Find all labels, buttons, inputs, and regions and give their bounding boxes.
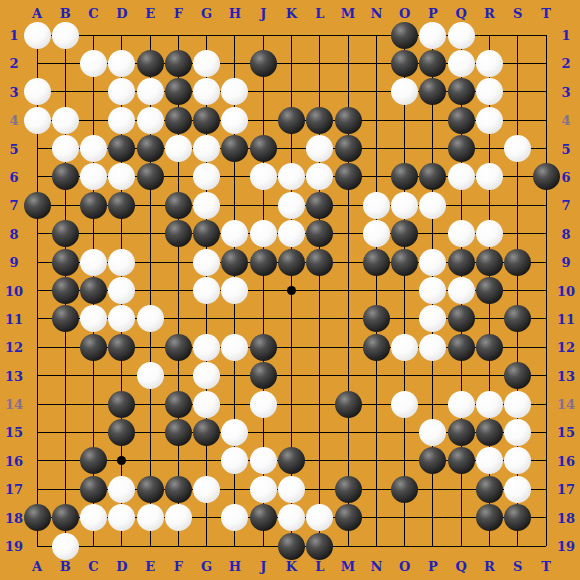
stone-white[interactable] xyxy=(504,476,531,503)
row-label-left: 1 xyxy=(9,28,18,43)
stone-white[interactable] xyxy=(221,220,248,247)
stone-white[interactable] xyxy=(504,419,531,446)
column-label-bottom: M xyxy=(341,559,355,574)
stone-black[interactable] xyxy=(108,391,135,418)
stone-black[interactable] xyxy=(165,192,192,219)
stone-black[interactable] xyxy=(137,135,164,162)
column-label-bottom: R xyxy=(484,559,495,574)
row-label-left: 12 xyxy=(5,340,23,355)
stone-white[interactable] xyxy=(52,135,79,162)
stone-black[interactable] xyxy=(504,249,531,276)
row-label-right: 14 xyxy=(557,397,575,412)
stone-white[interactable] xyxy=(137,305,164,332)
column-label-top: R xyxy=(484,6,495,21)
row-label-right: 15 xyxy=(557,425,575,440)
stone-white[interactable] xyxy=(250,220,277,247)
stone-white[interactable] xyxy=(448,220,475,247)
stone-white[interactable] xyxy=(476,50,503,77)
stone-white[interactable] xyxy=(193,334,220,361)
stone-white[interactable] xyxy=(137,78,164,105)
stone-white[interactable] xyxy=(448,163,475,190)
stone-black[interactable] xyxy=(363,249,390,276)
stone-black[interactable] xyxy=(476,334,503,361)
stone-black[interactable] xyxy=(504,504,531,531)
stone-black[interactable] xyxy=(165,220,192,247)
stone-white[interactable] xyxy=(363,220,390,247)
stone-black[interactable] xyxy=(221,249,248,276)
stone-white[interactable] xyxy=(52,533,79,560)
stone-black[interactable] xyxy=(335,391,362,418)
stone-black[interactable] xyxy=(24,192,51,219)
stone-black[interactable] xyxy=(165,334,192,361)
stone-black[interactable] xyxy=(306,107,333,134)
stone-black[interactable] xyxy=(108,192,135,219)
stone-black[interactable] xyxy=(335,504,362,531)
stone-black[interactable] xyxy=(52,277,79,304)
row-label-right: 9 xyxy=(561,255,570,270)
stone-black[interactable] xyxy=(335,107,362,134)
row-label-right: 2 xyxy=(561,56,570,71)
column-label-bottom: Q xyxy=(455,559,466,574)
stone-white[interactable] xyxy=(137,362,164,389)
stone-black[interactable] xyxy=(476,419,503,446)
row-label-left: 18 xyxy=(5,510,23,525)
stone-white[interactable] xyxy=(476,78,503,105)
row-label-left: 7 xyxy=(9,198,18,213)
row-label-right: 3 xyxy=(561,84,570,99)
stone-white[interactable] xyxy=(419,277,446,304)
stone-black[interactable] xyxy=(419,78,446,105)
stone-white[interactable] xyxy=(278,192,305,219)
grid-line-horizontal xyxy=(37,375,546,376)
column-label-bottom: D xyxy=(116,559,127,574)
stone-black[interactable] xyxy=(448,107,475,134)
stone-white[interactable] xyxy=(108,50,135,77)
stone-white[interactable] xyxy=(250,163,277,190)
stone-black[interactable] xyxy=(448,305,475,332)
column-label-top: B xyxy=(60,6,71,21)
stone-white[interactable] xyxy=(476,107,503,134)
column-label-bottom: C xyxy=(88,559,98,574)
stone-black[interactable] xyxy=(476,249,503,276)
stone-white[interactable] xyxy=(221,334,248,361)
stone-black[interactable] xyxy=(419,447,446,474)
row-label-right: 5 xyxy=(561,141,570,156)
stone-white[interactable] xyxy=(504,391,531,418)
stone-black[interactable] xyxy=(391,50,418,77)
stone-black[interactable] xyxy=(52,504,79,531)
column-label-top: M xyxy=(341,6,355,21)
stone-white[interactable] xyxy=(278,163,305,190)
row-label-right: 16 xyxy=(557,453,575,468)
stone-white[interactable] xyxy=(221,447,248,474)
stone-white[interactable] xyxy=(108,107,135,134)
column-label-top: F xyxy=(174,6,183,21)
column-label-top: D xyxy=(116,6,127,21)
row-label-right: 11 xyxy=(557,311,575,326)
column-label-top: S xyxy=(513,6,522,21)
stone-black[interactable] xyxy=(250,249,277,276)
stone-white[interactable] xyxy=(419,192,446,219)
stone-white[interactable] xyxy=(108,277,135,304)
stone-black[interactable] xyxy=(52,163,79,190)
stone-black[interactable] xyxy=(363,305,390,332)
row-label-right: 12 xyxy=(557,340,575,355)
go-board[interactable]: AABBCCDDEEFFGGHHJJKKLLMMNNOOPPQQRRSSTT11… xyxy=(0,0,580,580)
stone-black[interactable] xyxy=(391,476,418,503)
stone-black[interactable] xyxy=(448,419,475,446)
stone-white[interactable] xyxy=(476,447,503,474)
row-label-left: 19 xyxy=(5,539,23,554)
stone-white[interactable] xyxy=(80,504,107,531)
stone-white[interactable] xyxy=(80,163,107,190)
row-label-left: 4 xyxy=(9,113,18,128)
stone-white[interactable] xyxy=(80,305,107,332)
row-label-left: 2 xyxy=(9,56,18,71)
stone-white[interactable] xyxy=(419,305,446,332)
stone-white[interactable] xyxy=(250,391,277,418)
column-label-bottom: O xyxy=(399,559,410,574)
row-label-left: 8 xyxy=(9,226,18,241)
stone-white[interactable] xyxy=(504,447,531,474)
stone-black[interactable] xyxy=(80,447,107,474)
column-label-top: K xyxy=(286,6,297,21)
stone-white[interactable] xyxy=(108,305,135,332)
stone-black[interactable] xyxy=(278,533,305,560)
stone-white[interactable] xyxy=(278,504,305,531)
stone-black[interactable] xyxy=(419,163,446,190)
stone-black[interactable] xyxy=(52,249,79,276)
column-label-bottom: F xyxy=(174,559,183,574)
stone-black[interactable] xyxy=(504,362,531,389)
stone-black[interactable] xyxy=(306,192,333,219)
column-label-bottom: P xyxy=(428,559,438,574)
stone-black[interactable] xyxy=(137,50,164,77)
column-label-top: J xyxy=(260,6,266,21)
column-label-top: N xyxy=(370,6,382,21)
column-label-top: C xyxy=(88,6,98,21)
stone-white[interactable] xyxy=(193,249,220,276)
stone-black[interactable] xyxy=(448,249,475,276)
stone-white[interactable] xyxy=(108,504,135,531)
column-label-top: G xyxy=(201,6,212,21)
stone-white[interactable] xyxy=(108,163,135,190)
row-label-right: 4 xyxy=(561,113,570,128)
stone-white[interactable] xyxy=(137,107,164,134)
stone-white[interactable] xyxy=(476,163,503,190)
stone-black[interactable] xyxy=(165,391,192,418)
star-point xyxy=(287,286,296,295)
stone-black[interactable] xyxy=(391,163,418,190)
stone-black[interactable] xyxy=(80,277,107,304)
row-label-left: 11 xyxy=(5,311,23,326)
column-label-bottom: T xyxy=(541,559,551,574)
stone-white[interactable] xyxy=(448,277,475,304)
grid-line-vertical xyxy=(404,35,405,546)
stone-white[interactable] xyxy=(24,107,51,134)
stone-black[interactable] xyxy=(533,163,560,190)
stone-black[interactable] xyxy=(335,476,362,503)
stone-white[interactable] xyxy=(476,391,503,418)
stone-white[interactable] xyxy=(193,135,220,162)
stone-white[interactable] xyxy=(221,504,248,531)
stone-black[interactable] xyxy=(278,447,305,474)
row-label-right: 7 xyxy=(561,198,570,213)
column-label-top: A xyxy=(32,6,42,21)
stone-white[interactable] xyxy=(165,135,192,162)
grid-line-vertical xyxy=(376,35,377,546)
stone-white[interactable] xyxy=(24,22,51,49)
stone-white[interactable] xyxy=(278,476,305,503)
stone-black[interactable] xyxy=(137,476,164,503)
stone-white[interactable] xyxy=(193,277,220,304)
stone-white[interactable] xyxy=(137,504,164,531)
stone-black[interactable] xyxy=(165,50,192,77)
stone-white[interactable] xyxy=(80,249,107,276)
stone-white[interactable] xyxy=(221,419,248,446)
column-label-top: L xyxy=(315,6,324,21)
stone-white[interactable] xyxy=(419,22,446,49)
stone-white[interactable] xyxy=(193,476,220,503)
stone-white[interactable] xyxy=(108,476,135,503)
stone-white[interactable] xyxy=(278,220,305,247)
row-label-right: 1 xyxy=(561,28,570,43)
stone-black[interactable] xyxy=(80,476,107,503)
column-label-bottom: B xyxy=(60,559,71,574)
stone-black[interactable] xyxy=(306,220,333,247)
stone-black[interactable] xyxy=(108,419,135,446)
stone-white[interactable] xyxy=(448,22,475,49)
stone-black[interactable] xyxy=(165,78,192,105)
row-label-left: 17 xyxy=(5,482,23,497)
stone-white[interactable] xyxy=(306,163,333,190)
row-label-left: 6 xyxy=(9,169,18,184)
stone-black[interactable] xyxy=(250,50,277,77)
column-label-top: T xyxy=(541,6,551,21)
go-board-screen: AABBCCDDEEFFGGHHJJKKLLMMNNOOPPQQRRSSTT11… xyxy=(0,0,580,580)
stone-white[interactable] xyxy=(221,78,248,105)
star-point xyxy=(117,456,126,465)
column-label-bottom: G xyxy=(201,559,212,574)
stone-black[interactable] xyxy=(24,504,51,531)
column-label-bottom: J xyxy=(260,559,266,574)
column-label-bottom: E xyxy=(145,559,155,574)
stone-black[interactable] xyxy=(278,107,305,134)
stone-black[interactable] xyxy=(335,163,362,190)
stone-black[interactable] xyxy=(221,135,248,162)
stone-white[interactable] xyxy=(363,192,390,219)
row-label-right: 6 xyxy=(561,169,570,184)
stone-black[interactable] xyxy=(52,220,79,247)
stone-white[interactable] xyxy=(24,78,51,105)
stone-white[interactable] xyxy=(250,447,277,474)
stone-black[interactable] xyxy=(108,334,135,361)
stone-black[interactable] xyxy=(250,362,277,389)
column-label-top: Q xyxy=(455,6,466,21)
row-label-right: 19 xyxy=(557,539,575,554)
stone-black[interactable] xyxy=(80,192,107,219)
stone-black[interactable] xyxy=(137,163,164,190)
stone-black[interactable] xyxy=(193,220,220,247)
column-label-top: O xyxy=(399,6,410,21)
stone-black[interactable] xyxy=(108,135,135,162)
row-label-left: 3 xyxy=(9,84,18,99)
stone-white[interactable] xyxy=(391,192,418,219)
stone-black[interactable] xyxy=(448,447,475,474)
stone-black[interactable] xyxy=(448,78,475,105)
grid-line-vertical xyxy=(546,35,547,546)
stone-white[interactable] xyxy=(193,78,220,105)
stone-black[interactable] xyxy=(250,334,277,361)
stone-black[interactable] xyxy=(52,305,79,332)
stone-white[interactable] xyxy=(391,78,418,105)
row-label-right: 8 xyxy=(561,226,570,241)
stone-black[interactable] xyxy=(278,249,305,276)
stone-white[interactable] xyxy=(391,334,418,361)
column-label-top: H xyxy=(229,6,241,21)
stone-black[interactable] xyxy=(391,22,418,49)
column-label-bottom: L xyxy=(315,559,324,574)
stone-white[interactable] xyxy=(504,135,531,162)
stone-black[interactable] xyxy=(250,504,277,531)
stone-white[interactable] xyxy=(419,334,446,361)
stone-white[interactable] xyxy=(80,135,107,162)
stone-black[interactable] xyxy=(250,135,277,162)
stone-white[interactable] xyxy=(193,50,220,77)
stone-white[interactable] xyxy=(391,391,418,418)
stone-black[interactable] xyxy=(448,334,475,361)
stone-white[interactable] xyxy=(476,220,503,247)
stone-black[interactable] xyxy=(476,504,503,531)
column-label-bottom: N xyxy=(370,559,382,574)
row-label-left: 14 xyxy=(5,397,23,412)
stone-black[interactable] xyxy=(504,305,531,332)
stone-black[interactable] xyxy=(448,135,475,162)
stone-black[interactable] xyxy=(419,50,446,77)
stone-white[interactable] xyxy=(52,22,79,49)
stone-white[interactable] xyxy=(419,249,446,276)
stone-white[interactable] xyxy=(306,504,333,531)
stone-black[interactable] xyxy=(306,249,333,276)
stone-white[interactable] xyxy=(52,107,79,134)
row-label-left: 10 xyxy=(5,283,23,298)
column-label-bottom: A xyxy=(32,559,42,574)
stone-white[interactable] xyxy=(250,476,277,503)
row-label-left: 13 xyxy=(5,368,23,383)
stone-white[interactable] xyxy=(193,391,220,418)
column-label-bottom: H xyxy=(229,559,241,574)
stone-white[interactable] xyxy=(165,504,192,531)
column-label-top: E xyxy=(145,6,155,21)
stone-black[interactable] xyxy=(165,107,192,134)
stone-white[interactable] xyxy=(193,192,220,219)
stone-white[interactable] xyxy=(306,135,333,162)
row-label-right: 17 xyxy=(557,482,575,497)
stone-black[interactable] xyxy=(476,277,503,304)
row-label-left: 16 xyxy=(5,453,23,468)
stone-white[interactable] xyxy=(448,50,475,77)
column-label-top: P xyxy=(428,6,438,21)
stone-black[interactable] xyxy=(165,476,192,503)
column-label-bottom: K xyxy=(286,559,297,574)
row-label-right: 18 xyxy=(557,510,575,525)
row-label-right: 10 xyxy=(557,283,575,298)
stone-white[interactable] xyxy=(80,50,107,77)
stone-white[interactable] xyxy=(108,78,135,105)
stone-black[interactable] xyxy=(306,533,333,560)
stone-black[interactable] xyxy=(391,220,418,247)
stone-white[interactable] xyxy=(193,362,220,389)
row-label-left: 15 xyxy=(5,425,23,440)
stone-black[interactable] xyxy=(193,107,220,134)
stone-white[interactable] xyxy=(448,391,475,418)
stone-white[interactable] xyxy=(419,419,446,446)
stone-black[interactable] xyxy=(363,334,390,361)
stone-black[interactable] xyxy=(476,476,503,503)
row-label-right: 13 xyxy=(557,368,575,383)
row-label-left: 9 xyxy=(9,255,18,270)
stone-white[interactable] xyxy=(221,107,248,134)
row-label-left: 5 xyxy=(9,141,18,156)
stone-white[interactable] xyxy=(193,163,220,190)
stone-black[interactable] xyxy=(335,135,362,162)
stone-black[interactable] xyxy=(80,334,107,361)
stone-white[interactable] xyxy=(108,249,135,276)
stone-black[interactable] xyxy=(165,419,192,446)
stone-black[interactable] xyxy=(193,419,220,446)
column-label-bottom: S xyxy=(513,559,522,574)
stone-white[interactable] xyxy=(221,277,248,304)
stone-black[interactable] xyxy=(391,249,418,276)
